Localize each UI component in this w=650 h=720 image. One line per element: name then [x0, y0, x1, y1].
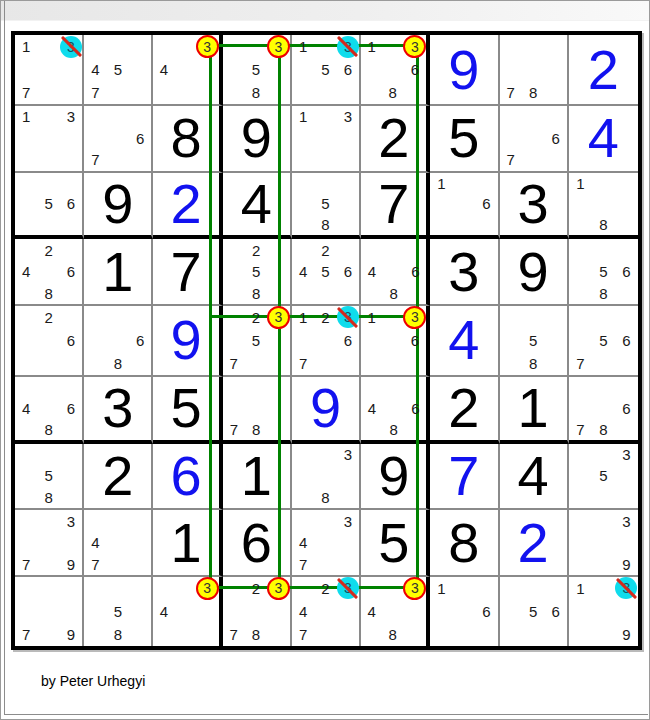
candidate-5[interactable]: 5: [529, 333, 537, 348]
candidate-6[interactable]: 6: [411, 62, 419, 77]
cell-r1c2[interactable]: 457: [84, 35, 153, 106]
candidate-slot: 3: [60, 510, 82, 532]
candidate-slot: 5: [314, 58, 336, 81]
candidate-slot: 3: [267, 577, 290, 600]
candidate-8[interactable]: 8: [599, 286, 607, 301]
given-digit: 9: [378, 448, 409, 504]
candidate-slot: [382, 352, 403, 375]
candidate-2[interactable]: 2: [321, 243, 329, 258]
credit-text: by Peter Urhegyi: [41, 673, 145, 689]
candidate-slot: [615, 532, 638, 554]
candidate-4[interactable]: 4: [22, 401, 30, 416]
candidate-slot: 3: [615, 444, 638, 466]
cell-r8c6[interactable]: 5: [361, 510, 430, 577]
candidate-slot: 5: [245, 329, 267, 352]
candidate-4[interactable]: 4: [299, 604, 307, 619]
cell-r9c2[interactable]: 58: [84, 577, 153, 646]
cell-r3c1[interactable]: 56: [15, 173, 84, 240]
candidate-slot: [60, 282, 82, 304]
cell-r2c3[interactable]: 8: [153, 106, 222, 173]
cell-r3c9[interactable]: 18: [569, 173, 638, 240]
candidate-7[interactable]: 7: [91, 85, 99, 100]
cell-r2c8[interactable]: 67: [500, 106, 569, 173]
candidate-slot: [84, 623, 106, 646]
cell-r7c8[interactable]: 4: [500, 444, 569, 511]
cell-r6c7[interactable]: 2: [430, 377, 499, 444]
candidate-7[interactable]: 7: [576, 356, 584, 371]
cell-r2c6[interactable]: 2: [361, 106, 430, 173]
cell-r7c6[interactable]: 9: [361, 444, 430, 511]
candidate-slot: [107, 306, 129, 329]
candidate-slot: [84, 306, 106, 329]
given-digit: 3: [448, 244, 479, 300]
candidate-2[interactable]: 2: [44, 310, 52, 325]
candidate-6[interactable]: 6: [411, 401, 419, 416]
candidate-slot: [500, 352, 522, 375]
candidate-6[interactable]: 6: [67, 264, 75, 279]
candidate-2[interactable]: 2: [252, 243, 260, 258]
candidate-6[interactable]: 6: [344, 333, 352, 348]
cell-r7c1[interactable]: 58: [15, 444, 84, 511]
candidate-9[interactable]: 9: [622, 557, 630, 572]
candidate-slot: [175, 35, 196, 58]
candidate-4[interactable]: 4: [299, 264, 307, 279]
eliminated-candidate-3[interactable]: 3: [337, 306, 359, 328]
candidate-7[interactable]: 7: [22, 557, 30, 572]
candidate-1[interactable]: 1: [437, 581, 445, 596]
candidate-slot: [361, 623, 382, 646]
cell-r8c3[interactable]: 1: [153, 510, 222, 577]
candidate-slot: [175, 577, 196, 600]
candidate-slot: [500, 623, 522, 646]
cell-r8c1[interactable]: 379: [15, 510, 84, 577]
cell-r6c2[interactable]: 3: [84, 377, 153, 444]
candidate-slot: [403, 600, 426, 623]
candidate-3[interactable]: 3: [344, 109, 352, 124]
cell-r8c2[interactable]: 47: [84, 510, 153, 577]
given-digit: 8: [170, 110, 201, 166]
candidate-slot: [314, 510, 336, 532]
candidate-3[interactable]: 3: [344, 447, 352, 462]
candidate-6[interactable]: 6: [67, 196, 75, 211]
cell-r5c5[interactable]: 12367: [292, 306, 361, 377]
candidate-slot: [337, 553, 359, 575]
candidate-slot: [592, 577, 615, 600]
candidate-slot: 8: [382, 623, 403, 646]
cell-r4c3[interactable]: 7: [153, 239, 222, 306]
candidate-slot: [337, 128, 359, 150]
cell-r9c8[interactable]: 56: [500, 577, 569, 646]
candidate-slot: [361, 81, 382, 104]
candidate-slot: [292, 128, 314, 150]
chain-node-candidate-3[interactable]: 3: [403, 577, 426, 600]
cell-r4c1[interactable]: 2468: [15, 239, 84, 306]
cell-r5c4[interactable]: 2357: [223, 306, 292, 377]
candidate-slot: [15, 352, 37, 375]
candidate-slot: [453, 577, 475, 600]
candidate-1[interactable]: 1: [22, 109, 30, 124]
candidate-4[interactable]: 4: [160, 62, 168, 77]
candidate-7[interactable]: 7: [230, 627, 238, 642]
candidate-8[interactable]: 8: [529, 85, 537, 100]
candidate-7[interactable]: 7: [507, 85, 515, 100]
candidate-2[interactable]: 2: [321, 581, 329, 596]
candidate-9[interactable]: 9: [622, 627, 630, 642]
candidate-slot: [500, 128, 522, 150]
candidate-slot: [361, 239, 383, 261]
candidate-slot: [223, 577, 245, 600]
candidate-5[interactable]: 5: [599, 468, 607, 483]
cell-r6c1[interactable]: 468: [15, 377, 84, 444]
candidate-8[interactable]: 8: [114, 627, 122, 642]
candidate-9[interactable]: 9: [67, 557, 75, 572]
chain-node-candidate-3[interactable]: 3: [403, 35, 426, 58]
candidate-slot: [405, 419, 427, 440]
candidate-slot: 3: [615, 510, 638, 532]
eliminated-candidate-3[interactable]: 3: [60, 36, 82, 58]
candidate-slot: [337, 600, 359, 623]
candidate-5[interactable]: 5: [252, 62, 260, 77]
candidate-8[interactable]: 8: [390, 286, 398, 301]
cell-r4c4[interactable]: 258: [223, 239, 292, 306]
cell-r2c7[interactable]: 5: [430, 106, 499, 173]
candidate-3[interactable]: 3: [344, 514, 352, 529]
candidate-6[interactable]: 6: [482, 604, 490, 619]
cell-r5c8[interactable]: 58: [500, 306, 569, 377]
candidate-slot: [475, 214, 497, 235]
candidate-6[interactable]: 6: [344, 264, 352, 279]
candidate-3[interactable]: 3: [67, 109, 75, 124]
candidate-7[interactable]: 7: [230, 356, 238, 371]
candidate-8[interactable]: 8: [252, 286, 260, 301]
candidate-5[interactable]: 5: [114, 62, 122, 77]
candidate-1[interactable]: 1: [437, 176, 445, 191]
cell-r9c9[interactable]: 139: [569, 577, 638, 646]
candidate-slot: [223, 398, 245, 419]
candidate-4[interactable]: 4: [91, 62, 99, 77]
candidate-8[interactable]: 8: [252, 422, 260, 437]
cell-r4c6[interactable]: 468: [361, 239, 430, 306]
cell-r1c8[interactable]: 78: [500, 35, 569, 106]
candidate-1[interactable]: 1: [299, 310, 307, 325]
candidate-5[interactable]: 5: [529, 604, 537, 619]
candidate-1[interactable]: 1: [367, 39, 375, 54]
sudoku-app-window: 1374573435813561368978213678913256745692…: [0, 0, 650, 720]
candidate-8[interactable]: 8: [252, 627, 260, 642]
cell-r4c2[interactable]: 1: [84, 239, 153, 306]
candidate-slot: [175, 58, 196, 81]
candidate-8[interactable]: 8: [44, 422, 52, 437]
candidate-8[interactable]: 8: [321, 490, 329, 505]
candidate-slot: [37, 532, 59, 554]
cell-r7c5[interactable]: 38: [292, 444, 361, 511]
cell-r7c7[interactable]: 7: [430, 444, 499, 511]
cell-r6c4[interactable]: 78: [223, 377, 292, 444]
chain-node-candidate-3[interactable]: 3: [403, 306, 426, 329]
candidate-slot: 8: [37, 282, 59, 304]
candidate-6[interactable]: 6: [482, 196, 490, 211]
candidate-1[interactable]: 1: [576, 581, 584, 596]
cell-r8c7[interactable]: 8: [430, 510, 499, 577]
given-digit: 4: [518, 448, 549, 504]
candidate-slot: 2: [314, 306, 336, 329]
candidate-5[interactable]: 5: [44, 196, 52, 211]
candidate-7[interactable]: 7: [299, 627, 307, 642]
cell-r5c7[interactable]: 4: [430, 306, 499, 377]
cell-r1c4[interactable]: 358: [223, 35, 292, 106]
candidate-7[interactable]: 7: [576, 422, 584, 437]
candidate-7[interactable]: 7: [22, 85, 30, 100]
cell-r1c3[interactable]: 34: [153, 35, 222, 106]
candidate-slot: [37, 377, 59, 398]
cell-r3c7[interactable]: 16: [430, 173, 499, 240]
cell-r7c3[interactable]: 6: [153, 444, 222, 511]
cell-r8c5[interactable]: 347: [292, 510, 361, 577]
candidate-slot: [292, 149, 314, 171]
candidate-5[interactable]: 5: [114, 604, 122, 619]
candidate-5[interactable]: 5: [599, 264, 607, 279]
candidate-slot: 8: [383, 419, 405, 440]
cell-r3c6[interactable]: 7: [361, 173, 430, 240]
candidate-4[interactable]: 4: [160, 604, 168, 619]
candidate-slot: 5: [522, 600, 544, 623]
candidate-2[interactable]: 2: [44, 243, 52, 258]
candidate-5[interactable]: 5: [321, 264, 329, 279]
cell-r9c6[interactable]: 348: [361, 577, 430, 646]
cell-r2c2[interactable]: 67: [84, 106, 153, 173]
candidate-6[interactable]: 6: [411, 264, 419, 279]
cell-r5c3[interactable]: 9: [153, 306, 222, 377]
candidate-slot: 4: [292, 600, 314, 623]
candidate-slot: [544, 35, 566, 58]
cell-r4c8[interactable]: 9: [500, 239, 569, 306]
candidate-2[interactable]: 2: [252, 310, 260, 325]
candidate-7[interactable]: 7: [299, 356, 307, 371]
candidate-slot: [569, 623, 592, 646]
cell-r1c7[interactable]: 9: [430, 35, 499, 106]
candidate-8[interactable]: 8: [44, 490, 52, 505]
candidate-slot: [430, 600, 452, 623]
candidate-2[interactable]: 2: [252, 581, 260, 596]
candidate-slot: 4: [292, 532, 314, 554]
candidate-8[interactable]: 8: [252, 85, 260, 100]
cell-r3c8[interactable]: 3: [500, 173, 569, 240]
cell-r5c2[interactable]: 68: [84, 306, 153, 377]
cell-r3c3[interactable]: 2: [153, 173, 222, 240]
candidate-slot: 8: [592, 419, 615, 440]
candidate-8[interactable]: 8: [389, 85, 397, 100]
candidate-6[interactable]: 6: [551, 604, 559, 619]
candidate-slot: 8: [592, 282, 615, 304]
candidate-1[interactable]: 1: [299, 39, 307, 54]
candidate-slot: [592, 487, 615, 509]
candidate-1[interactable]: 1: [22, 39, 30, 54]
candidate-4[interactable]: 4: [22, 264, 30, 279]
candidate-4[interactable]: 4: [368, 264, 376, 279]
cell-r9c3[interactable]: 34: [153, 577, 222, 646]
candidate-5[interactable]: 5: [252, 264, 260, 279]
candidate-3[interactable]: 3: [67, 514, 75, 529]
candidate-slot: 6: [337, 58, 359, 81]
cell-r5c6[interactable]: 136: [361, 306, 430, 377]
candidate-slot: 2: [245, 306, 267, 329]
candidate-slot: [361, 352, 382, 375]
candidate-6[interactable]: 6: [136, 131, 144, 146]
candidate-6[interactable]: 6: [622, 333, 630, 348]
candidate-slot: [569, 329, 592, 352]
solved-digit: 9: [310, 380, 341, 436]
candidate-7[interactable]: 7: [230, 422, 238, 437]
candidate-6[interactable]: 6: [136, 333, 144, 348]
candidate-4[interactable]: 4: [368, 401, 376, 416]
candidate-slot: [383, 398, 405, 419]
candidate-6[interactable]: 6: [551, 131, 559, 146]
cell-r4c7[interactable]: 3: [430, 239, 499, 306]
cell-r6c9[interactable]: 678: [569, 377, 638, 444]
eliminated-candidate-3[interactable]: 3: [337, 36, 359, 58]
candidate-slot: 5: [592, 261, 615, 283]
candidate-5[interactable]: 5: [321, 62, 329, 77]
cell-r8c4[interactable]: 6: [223, 510, 292, 577]
candidate-slot: [500, 106, 522, 128]
candidate-7[interactable]: 7: [91, 152, 99, 167]
cell-r4c5[interactable]: 2456: [292, 239, 361, 306]
candidate-slot: 2: [314, 577, 336, 600]
cell-r1c5[interactable]: 1356: [292, 35, 361, 106]
candidate-6[interactable]: 6: [411, 333, 419, 348]
candidate-4[interactable]: 4: [299, 535, 307, 550]
candidate-6[interactable]: 6: [67, 401, 75, 416]
candidate-slot: [60, 419, 82, 440]
candidate-slot: [267, 398, 289, 419]
candidate-slot: [382, 329, 403, 352]
candidate-5[interactable]: 5: [44, 468, 52, 483]
candidate-slot: [337, 239, 359, 261]
cell-r2c1[interactable]: 13: [15, 106, 84, 173]
cell-r7c4[interactable]: 1: [223, 444, 292, 511]
candidate-1[interactable]: 1: [576, 176, 584, 191]
cell-r9c4[interactable]: 2378: [223, 577, 292, 646]
candidate-slot: [107, 532, 129, 554]
solved-digit: 2: [518, 515, 549, 571]
eliminated-candidate-3[interactable]: 3: [615, 577, 637, 599]
candidate-slot: [84, 577, 106, 600]
candidate-1[interactable]: 1: [367, 310, 375, 325]
candidate-4[interactable]: 4: [367, 604, 375, 619]
candidate-slot: [544, 306, 566, 329]
candidate-slot: [382, 600, 403, 623]
cell-r8c8[interactable]: 2: [500, 510, 569, 577]
cell-r2c9[interactable]: 4: [569, 106, 638, 173]
candidate-slot: [60, 149, 82, 171]
cell-r7c2[interactable]: 2: [84, 444, 153, 511]
candidate-3[interactable]: 3: [622, 447, 630, 462]
candidate-8[interactable]: 8: [599, 217, 607, 232]
candidate-6[interactable]: 6: [622, 264, 630, 279]
chain-node-candidate-3[interactable]: 3: [267, 306, 290, 329]
candidate-slot: 5: [314, 261, 336, 283]
candidate-slot: [314, 352, 336, 375]
candidate-slot: 8: [592, 214, 615, 235]
candidate-slot: [361, 58, 382, 81]
candidate-6[interactable]: 6: [344, 62, 352, 77]
candidate-7[interactable]: 7: [299, 557, 307, 572]
candidate-8[interactable]: 8: [44, 286, 52, 301]
cell-r6c8[interactable]: 1: [500, 377, 569, 444]
candidate-slot: 6: [60, 194, 82, 215]
candidate-8[interactable]: 8: [389, 627, 397, 642]
candidate-8[interactable]: 8: [529, 356, 537, 371]
candidate-8[interactable]: 8: [114, 356, 122, 371]
candidate-slot: [292, 194, 314, 215]
candidate-9[interactable]: 9: [67, 627, 75, 642]
eliminated-candidate-3[interactable]: 3: [337, 577, 359, 599]
cell-r1c6[interactable]: 1368: [361, 35, 430, 106]
candidate-7[interactable]: 7: [22, 627, 30, 642]
chain-node-candidate-3[interactable]: 3: [196, 35, 219, 58]
candidate-6[interactable]: 6: [622, 401, 630, 416]
cell-r6c3[interactable]: 5: [153, 377, 222, 444]
candidate-slot: [314, 444, 336, 466]
cell-r9c1[interactable]: 79: [15, 577, 84, 646]
cell-r2c5[interactable]: 13: [292, 106, 361, 173]
candidate-slot: [60, 214, 82, 235]
cell-r3c2[interactable]: 9: [84, 173, 153, 240]
candidate-7[interactable]: 7: [507, 152, 515, 167]
cell-r9c7[interactable]: 16: [430, 577, 499, 646]
candidate-5[interactable]: 5: [252, 333, 260, 348]
cell-r2c4[interactable]: 9: [223, 106, 292, 173]
chain-node-candidate-3[interactable]: 3: [196, 577, 219, 600]
cell-r5c9[interactable]: 567: [569, 306, 638, 377]
cell-r9c5[interactable]: 2347: [292, 577, 361, 646]
chain-node-candidate-3[interactable]: 3: [267, 35, 290, 58]
cell-r1c1[interactable]: 137: [15, 35, 84, 106]
cell-r3c5[interactable]: 58: [292, 173, 361, 240]
candidate-5[interactable]: 5: [599, 333, 607, 348]
cell-r5c1[interactable]: 26: [15, 306, 84, 377]
cell-r6c5[interactable]: 9: [292, 377, 361, 444]
candidate-8[interactable]: 8: [321, 217, 329, 232]
candidate-8[interactable]: 8: [390, 422, 398, 437]
candidate-slot: [403, 81, 426, 104]
chain-node-candidate-3[interactable]: 3: [267, 577, 290, 600]
candidate-5[interactable]: 5: [321, 196, 329, 211]
cell-r6c6[interactable]: 468: [361, 377, 430, 444]
cell-r8c9[interactable]: 39: [569, 510, 638, 577]
candidate-6[interactable]: 6: [67, 333, 75, 348]
candidate-slot: [60, 58, 82, 81]
candidate-slot: [245, 398, 267, 419]
cell-r7c9[interactable]: 35: [569, 444, 638, 511]
candidate-slot: 3: [267, 306, 290, 329]
candidate-slot: [15, 419, 37, 440]
candidate-slot: [267, 239, 289, 261]
candidate-7[interactable]: 7: [91, 557, 99, 572]
candidate-2[interactable]: 2: [321, 310, 329, 325]
candidate-1[interactable]: 1: [299, 109, 307, 124]
candidate-3[interactable]: 3: [622, 514, 630, 529]
candidate-slot: 8: [522, 352, 544, 375]
candidate-4[interactable]: 4: [91, 535, 99, 550]
candidate-slot: 8: [37, 487, 59, 509]
cell-r3c4[interactable]: 4: [223, 173, 292, 240]
cell-r1c9[interactable]: 2: [569, 35, 638, 106]
candidate-slot: [60, 487, 82, 509]
candidate-slot: [129, 35, 151, 58]
cell-r4c9[interactable]: 568: [569, 239, 638, 306]
candidate-8[interactable]: 8: [599, 422, 607, 437]
